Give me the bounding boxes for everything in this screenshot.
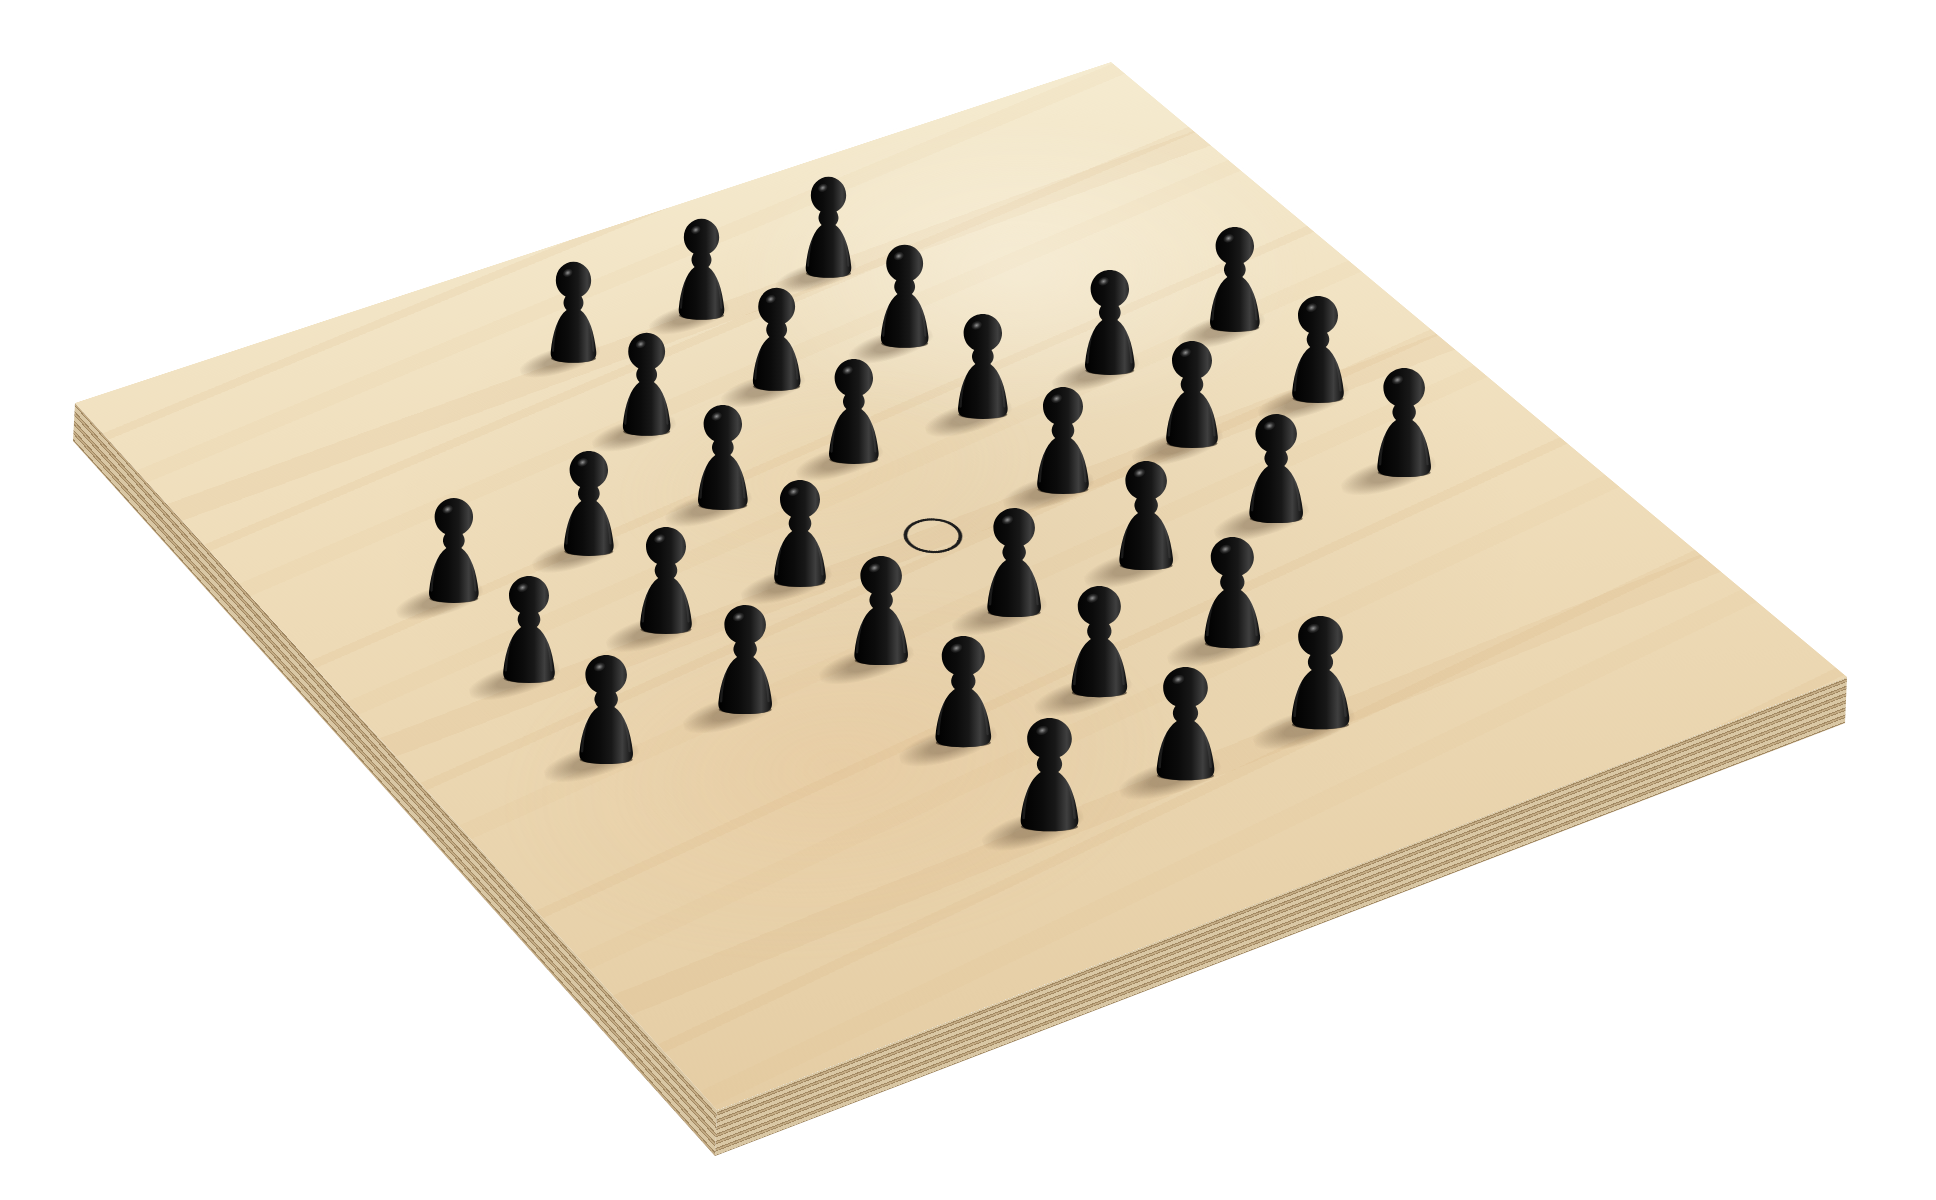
black-pawn-c3[interactable]	[850, 554, 912, 665]
product-photo-stage: Peg Solitaire (Solitaire / Solo Noble), …	[0, 0, 1936, 1200]
black-pawn-g3[interactable]	[1373, 366, 1435, 477]
black-pawn-e6[interactable]	[877, 243, 932, 348]
black-pawn-c7[interactable]	[547, 260, 600, 363]
black-pawn-g4[interactable]	[1288, 294, 1348, 403]
pieces-layer	[0, 0, 1936, 1200]
black-pawn-e7[interactable]	[802, 175, 855, 278]
black-pawn-c6[interactable]	[619, 331, 674, 436]
black-pawn-d6[interactable]	[749, 286, 804, 391]
black-pawn-c4[interactable]	[770, 478, 830, 587]
black-pawn-d5[interactable]	[825, 357, 883, 464]
black-pawn-f5[interactable]	[1081, 268, 1139, 375]
black-pawn-e4[interactable]	[1033, 385, 1093, 494]
black-pawn-g5[interactable]	[1206, 225, 1264, 332]
black-pawn-d2[interactable]	[1067, 584, 1132, 697]
black-pawn-a4[interactable]	[499, 574, 559, 683]
black-pawn-f4[interactable]	[1162, 339, 1222, 448]
black-pawn-a3[interactable]	[575, 653, 637, 764]
black-pawn-c1[interactable]	[1016, 716, 1083, 831]
black-pawn-a5[interactable]	[425, 496, 483, 603]
black-pawn-f3[interactable]	[1245, 412, 1307, 523]
black-pawn-e3[interactable]	[1115, 459, 1177, 570]
black-pawn-d1[interactable]	[1152, 665, 1219, 780]
black-pawn-e1[interactable]	[1287, 614, 1354, 729]
black-pawn-e5[interactable]	[954, 312, 1012, 419]
black-pawn-b4[interactable]	[636, 525, 696, 634]
black-pawn-c5[interactable]	[694, 403, 752, 510]
black-pawn-b3[interactable]	[714, 603, 776, 714]
black-pawn-c2[interactable]	[931, 634, 996, 747]
black-pawn-d7[interactable]	[675, 217, 728, 320]
black-pawn-e2[interactable]	[1200, 535, 1265, 648]
black-pawn-b5[interactable]	[560, 449, 618, 556]
black-pawn-d3[interactable]	[983, 506, 1045, 617]
